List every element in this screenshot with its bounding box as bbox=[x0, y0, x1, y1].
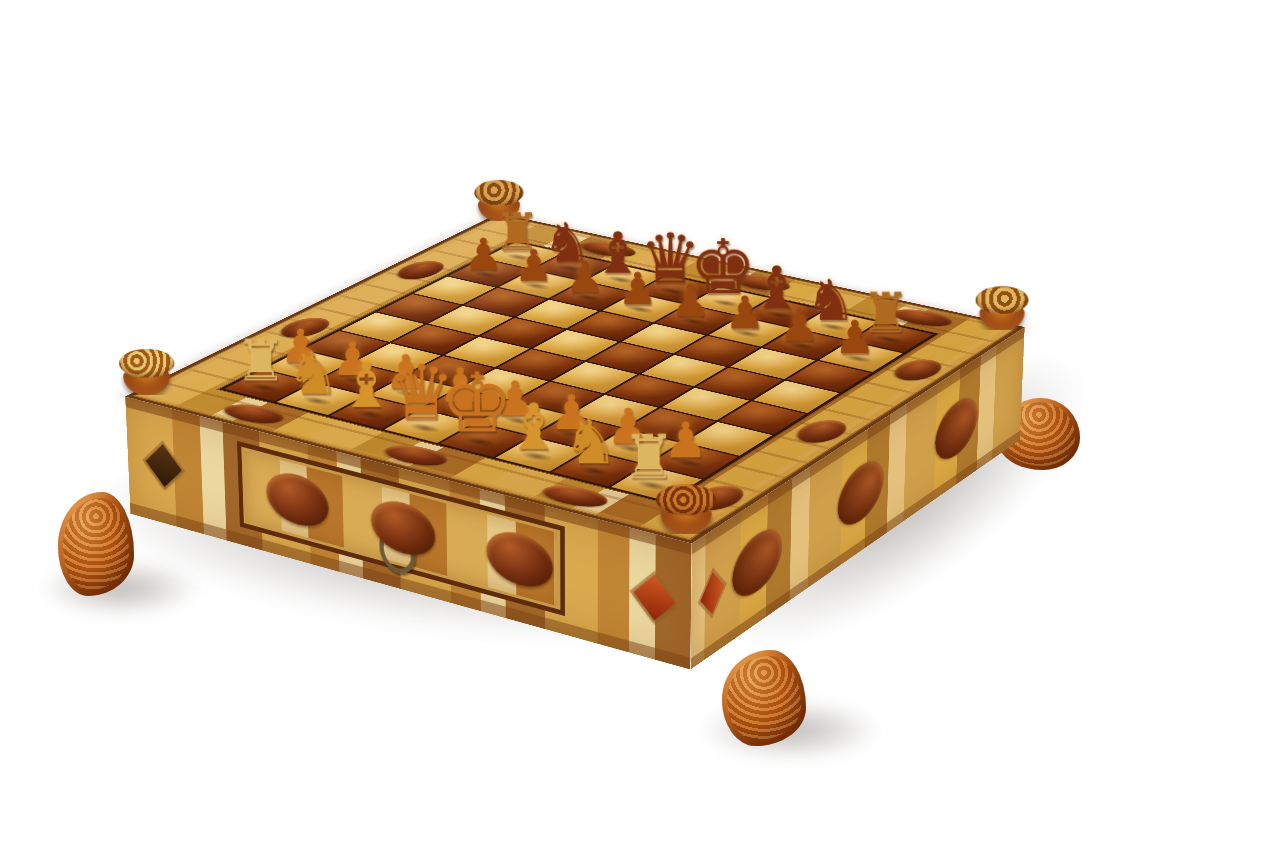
black-pawn[interactable]: ♟ bbox=[779, 302, 820, 348]
white-rook[interactable]: ♜ bbox=[235, 332, 286, 389]
chessboard-cabinet: ♜♞♝♛♚♝♞♜♟♟♟♟♟♟♟♟♟♟♟♟♟♟♟♟♜♞♝♛♚♝♞♜ bbox=[125, 213, 1025, 543]
white-bishop[interactable]: ♝ bbox=[339, 354, 395, 416]
finial-front bbox=[653, 472, 720, 534]
black-pawn[interactable]: ♟ bbox=[463, 233, 502, 276]
scene: ♜♞♝♛♚♝♞♜♟♟♟♟♟♟♟♟♟♟♟♟♟♟♟♟♜♞♝♛♚♝♞♜ bbox=[0, 0, 1280, 868]
finial-carving bbox=[656, 484, 716, 515]
drawer-cabochon bbox=[265, 467, 328, 534]
black-pawn[interactable]: ♟ bbox=[834, 314, 875, 360]
square-f6[interactable] bbox=[676, 336, 760, 366]
finial-left bbox=[116, 338, 177, 395]
white-bishop[interactable]: ♝ bbox=[505, 394, 562, 458]
amber-chess-set-photo: ♜♞♝♛♚♝♞♜♟♟♟♟♟♟♟♟♟♟♟♟♟♟♟♟♜♞♝♛♚♝♞♜ bbox=[0, 0, 1280, 868]
diamond-inlay-red-side bbox=[700, 571, 724, 614]
black-pawn[interactable]: ♟ bbox=[724, 290, 765, 335]
black-pawn[interactable]: ♟ bbox=[514, 244, 553, 288]
side-cabochon bbox=[837, 450, 884, 536]
finial-carving bbox=[119, 349, 174, 378]
finial-right bbox=[973, 276, 1032, 331]
black-pawn[interactable]: ♟ bbox=[617, 266, 657, 311]
diamond-inlay-dark bbox=[146, 444, 182, 487]
black-pawn[interactable]: ♟ bbox=[670, 278, 710, 323]
finial-carving bbox=[976, 286, 1029, 313]
white-king[interactable]: ♚ bbox=[440, 362, 514, 444]
side-cabochon bbox=[732, 517, 783, 608]
white-knight[interactable]: ♞ bbox=[287, 343, 340, 403]
diamond-inlay-red bbox=[634, 574, 676, 620]
black-pawn[interactable]: ♟ bbox=[565, 255, 605, 299]
white-knight[interactable]: ♞ bbox=[563, 411, 619, 473]
drawer-cabochon bbox=[487, 525, 554, 594]
side-cabochon bbox=[934, 387, 978, 469]
